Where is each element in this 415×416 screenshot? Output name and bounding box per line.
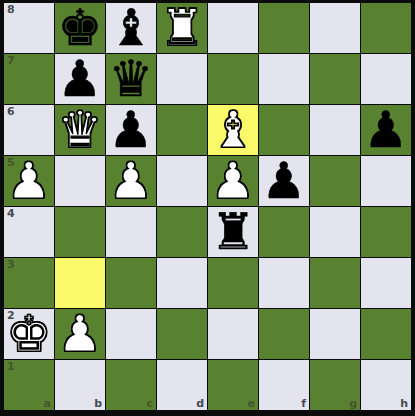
square-f3[interactable] [259,258,309,308]
square-g5[interactable] [310,156,360,206]
square-b1[interactable]: b [55,360,105,410]
square-a6[interactable]: 6 [4,105,54,155]
square-c5[interactable]: ♟ [106,156,156,206]
square-d4[interactable] [157,207,207,257]
square-a7[interactable]: 7 [4,54,54,104]
square-d1[interactable]: d [157,360,207,410]
square-g8[interactable] [310,3,360,53]
square-g6[interactable] [310,105,360,155]
piece-black-pawn[interactable]: ♟ [58,54,103,104]
square-d2[interactable] [157,309,207,359]
square-b6[interactable]: ♛ [55,105,105,155]
square-f5[interactable]: ♟ [259,156,309,206]
square-h1[interactable]: h [361,360,411,410]
square-d8[interactable]: ♜ [157,3,207,53]
file-label-d: d [196,398,204,409]
file-label-b: b [94,398,102,409]
piece-white-pawn[interactable]: ♟ [211,156,256,206]
piece-black-queen[interactable]: ♛ [109,54,154,104]
square-e7[interactable] [208,54,258,104]
piece-black-rook[interactable]: ♜ [211,207,256,257]
square-c6[interactable]: ♟ [106,105,156,155]
rank-label-8: 8 [7,4,15,15]
square-e6[interactable]: ♝ [208,105,258,155]
square-h7[interactable] [361,54,411,104]
square-h6[interactable]: ♟ [361,105,411,155]
square-d5[interactable] [157,156,207,206]
square-c8[interactable]: ♝ [106,3,156,53]
square-e1[interactable]: e [208,360,258,410]
square-f1[interactable]: f [259,360,309,410]
square-d3[interactable] [157,258,207,308]
square-e3[interactable] [208,258,258,308]
square-a8[interactable]: 8 [4,3,54,53]
square-h3[interactable] [361,258,411,308]
file-label-f: f [301,398,306,409]
file-label-g: g [349,398,357,409]
square-c4[interactable] [106,207,156,257]
piece-white-king[interactable]: ♚ [7,309,52,359]
square-a2[interactable]: 2♚ [4,309,54,359]
rank-label-6: 6 [7,106,15,117]
piece-black-bishop[interactable]: ♝ [109,3,154,53]
square-e2[interactable] [208,309,258,359]
square-g3[interactable] [310,258,360,308]
file-label-a: a [44,398,51,409]
piece-white-pawn[interactable]: ♟ [58,309,103,359]
square-h2[interactable] [361,309,411,359]
piece-white-pawn[interactable]: ♟ [7,156,52,206]
square-c1[interactable]: c [106,360,156,410]
file-label-e: e [248,398,255,409]
square-b4[interactable] [55,207,105,257]
square-a1[interactable]: 1a [4,360,54,410]
square-e8[interactable] [208,3,258,53]
square-h5[interactable] [361,156,411,206]
square-b8[interactable]: ♚ [55,3,105,53]
rank-label-7: 7 [7,55,15,66]
square-f4[interactable] [259,207,309,257]
square-e5[interactable]: ♟ [208,156,258,206]
square-b5[interactable] [55,156,105,206]
square-f2[interactable] [259,309,309,359]
piece-black-pawn[interactable]: ♟ [262,156,307,206]
piece-white-pawn[interactable]: ♟ [109,156,154,206]
square-a5[interactable]: 5♟ [4,156,54,206]
square-f6[interactable] [259,105,309,155]
square-e4[interactable]: ♜ [208,207,258,257]
square-b2[interactable]: ♟ [55,309,105,359]
piece-black-pawn[interactable]: ♟ [109,105,154,155]
file-label-c: c [146,398,153,409]
square-b7[interactable]: ♟ [55,54,105,104]
piece-white-rook[interactable]: ♜ [160,3,205,53]
piece-white-bishop[interactable]: ♝ [211,105,256,155]
square-a4[interactable]: 4 [4,207,54,257]
square-a3[interactable]: 3 [4,258,54,308]
square-b3[interactable] [55,258,105,308]
square-h4[interactable] [361,207,411,257]
square-g7[interactable] [310,54,360,104]
rank-label-3: 3 [7,259,15,270]
square-f7[interactable] [259,54,309,104]
chess-board-frame: 8♚♝♜7♟♛6♛♟♝♟5♟♟♟♟4♜32♚♟1abcdefgh [0,0,415,416]
piece-white-queen[interactable]: ♛ [58,105,103,155]
piece-black-pawn[interactable]: ♟ [364,105,409,155]
square-c3[interactable] [106,258,156,308]
square-c7[interactable]: ♛ [106,54,156,104]
square-g4[interactable] [310,207,360,257]
square-h8[interactable] [361,3,411,53]
square-g2[interactable] [310,309,360,359]
chess-board: 8♚♝♜7♟♛6♛♟♝♟5♟♟♟♟4♜32♚♟1abcdefgh [4,3,411,410]
square-d6[interactable] [157,105,207,155]
square-g1[interactable]: g [310,360,360,410]
square-f8[interactable] [259,3,309,53]
square-c2[interactable] [106,309,156,359]
file-label-h: h [400,398,408,409]
piece-black-king[interactable]: ♚ [58,3,103,53]
square-d7[interactable] [157,54,207,104]
